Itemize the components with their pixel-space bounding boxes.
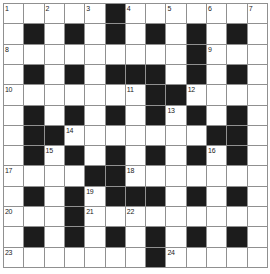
- white-cell-r11c11[interactable]: [207, 207, 226, 226]
- white-cell-r3c2[interactable]: [24, 45, 43, 64]
- clue-number-14: 14: [66, 126, 73, 135]
- black-cell-r2c6: [106, 24, 125, 43]
- white-cell-r7c5[interactable]: [85, 126, 104, 145]
- black-cell-r12c10: [187, 227, 206, 246]
- clue-number-17: 17: [5, 166, 12, 175]
- black-cell-r9c5: [85, 166, 104, 185]
- white-cell-r1c13[interactable]: 7: [248, 4, 267, 23]
- clue-number-23: 23: [5, 248, 12, 257]
- black-cell-r6c6: [106, 106, 125, 125]
- white-cell-r9c4[interactable]: [65, 166, 84, 185]
- white-cell-r4c11[interactable]: [207, 65, 226, 84]
- black-cell-r3c10: [187, 45, 206, 64]
- white-cell-r7c8[interactable]: [146, 126, 165, 145]
- clue-number-22: 22: [127, 207, 134, 216]
- black-cell-r13c8: [146, 248, 165, 267]
- white-cell-r13c11[interactable]: [207, 248, 226, 267]
- white-cell-r9c9[interactable]: [166, 166, 185, 185]
- white-cell-r1c1[interactable]: 1: [4, 4, 23, 23]
- black-cell-r6c8: [146, 106, 165, 125]
- white-cell-r8c5[interactable]: [85, 146, 104, 165]
- white-cell-r9c3[interactable]: [45, 166, 64, 185]
- white-cell-r1c3[interactable]: 2: [45, 4, 64, 23]
- black-cell-r7c11: [207, 126, 226, 145]
- white-cell-r1c4[interactable]: [65, 4, 84, 23]
- clue-number-11: 11: [127, 85, 134, 94]
- white-cell-r6c5[interactable]: [85, 106, 104, 125]
- white-cell-r3c4[interactable]: [65, 45, 84, 64]
- white-cell-r3c7[interactable]: [126, 45, 145, 64]
- white-cell-r9c1[interactable]: 17: [4, 166, 23, 185]
- black-cell-r10c12: [227, 187, 246, 206]
- black-cell-r4c12: [227, 65, 246, 84]
- black-cell-r10c8: [146, 187, 165, 206]
- clue-number-24: 24: [167, 248, 174, 257]
- white-cell-r11c10[interactable]: [187, 207, 206, 226]
- white-cell-r12c3[interactable]: [45, 227, 64, 246]
- clue-number-6: 6: [208, 4, 212, 13]
- black-cell-r6c4: [65, 106, 84, 125]
- white-cell-r13c6[interactable]: [106, 248, 125, 267]
- white-cell-r11c7[interactable]: 22: [126, 207, 145, 226]
- clue-number-16: 16: [208, 146, 215, 155]
- white-cell-r3c13[interactable]: [248, 45, 267, 64]
- white-cell-r3c12[interactable]: [227, 45, 246, 64]
- white-cell-r5c10[interactable]: 12: [187, 85, 206, 104]
- white-cell-r10c5[interactable]: 19: [85, 187, 104, 206]
- black-cell-r8c10: [187, 146, 206, 165]
- white-cell-r11c9[interactable]: [166, 207, 185, 226]
- black-cell-r8c12: [227, 146, 246, 165]
- white-cell-r8c1[interactable]: [4, 146, 23, 165]
- white-cell-r7c7[interactable]: [126, 126, 145, 145]
- clue-number-12: 12: [188, 85, 195, 94]
- white-cell-r9c7[interactable]: 18: [126, 166, 145, 185]
- white-cell-r11c13[interactable]: [248, 207, 267, 226]
- white-cell-r10c9[interactable]: [166, 187, 185, 206]
- white-cell-r12c7[interactable]: [126, 227, 145, 246]
- white-cell-r1c2[interactable]: [24, 4, 43, 23]
- white-cell-r11c1[interactable]: 20: [4, 207, 23, 226]
- black-cell-r4c7: [126, 65, 145, 84]
- clue-number-5: 5: [167, 4, 171, 13]
- clue-number-21: 21: [86, 207, 93, 216]
- white-cell-r8c11[interactable]: 16: [207, 146, 226, 165]
- white-cell-r5c1[interactable]: 10: [4, 85, 23, 104]
- white-cell-r2c5[interactable]: [85, 24, 104, 43]
- white-cell-r3c1[interactable]: 8: [4, 45, 23, 64]
- clue-number-8: 8: [5, 45, 9, 54]
- white-cell-r1c7[interactable]: 4: [126, 4, 145, 23]
- white-cell-r2c9[interactable]: [166, 24, 185, 43]
- white-cell-r11c3[interactable]: [45, 207, 64, 226]
- white-cell-r10c3[interactable]: [45, 187, 64, 206]
- black-cell-r2c4: [65, 24, 84, 43]
- black-cell-r2c12: [227, 24, 246, 43]
- black-cell-r2c8: [146, 24, 165, 43]
- clue-number-4: 4: [127, 4, 131, 13]
- crossword-page: 123456789101112131415161718192021222324: [0, 0, 270, 274]
- white-cell-r7c4[interactable]: 14: [65, 126, 84, 145]
- clue-number-9: 9: [208, 45, 212, 54]
- white-cell-r11c12[interactable]: [227, 207, 246, 226]
- black-cell-r8c6: [106, 146, 125, 165]
- white-cell-r7c6[interactable]: [106, 126, 125, 145]
- white-cell-r5c5[interactable]: [85, 85, 104, 104]
- black-cell-r12c8: [146, 227, 165, 246]
- black-cell-r6c2: [24, 106, 43, 125]
- clue-number-7: 7: [249, 4, 253, 13]
- black-cell-r4c10: [187, 65, 206, 84]
- white-cell-r13c10[interactable]: [187, 248, 206, 267]
- white-cell-r8c7[interactable]: [126, 146, 145, 165]
- black-cell-r5c8: [146, 85, 165, 104]
- black-cell-r6c10: [187, 106, 206, 125]
- black-cell-r12c6: [106, 227, 125, 246]
- black-cell-r8c2: [24, 146, 43, 165]
- white-cell-r6c11[interactable]: [207, 106, 226, 125]
- white-cell-r11c5[interactable]: 21: [85, 207, 104, 226]
- white-cell-r7c10[interactable]: [187, 126, 206, 145]
- crossword-board: 123456789101112131415161718192021222324: [3, 3, 268, 268]
- white-cell-r1c11[interactable]: 6: [207, 4, 226, 23]
- white-cell-r6c1[interactable]: [4, 106, 23, 125]
- white-cell-r9c12[interactable]: [227, 166, 246, 185]
- black-cell-r4c8: [146, 65, 165, 84]
- white-cell-r10c13[interactable]: [248, 187, 267, 206]
- white-cell-r11c8[interactable]: [146, 207, 165, 226]
- white-cell-r13c7[interactable]: [126, 248, 145, 267]
- black-cell-r2c2: [24, 24, 43, 43]
- white-cell-r8c3[interactable]: 15: [45, 146, 64, 165]
- white-cell-r13c2[interactable]: [24, 248, 43, 267]
- white-cell-r4c13[interactable]: [248, 65, 267, 84]
- white-cell-r1c5[interactable]: 3: [85, 4, 104, 23]
- black-cell-r7c2: [24, 126, 43, 145]
- clue-number-3: 3: [86, 4, 90, 13]
- clue-number-13: 13: [167, 106, 174, 115]
- white-cell-r3c8[interactable]: [146, 45, 165, 64]
- black-cell-r12c2: [24, 227, 43, 246]
- black-cell-r12c4: [65, 227, 84, 246]
- white-cell-r1c8[interactable]: [146, 4, 165, 23]
- black-cell-r6c12: [227, 106, 246, 125]
- white-cell-r13c13[interactable]: [248, 248, 267, 267]
- white-cell-r4c3[interactable]: [45, 65, 64, 84]
- white-cell-r12c13[interactable]: [248, 227, 267, 246]
- white-cell-r5c4[interactable]: [65, 85, 84, 104]
- white-cell-r10c11[interactable]: [207, 187, 226, 206]
- clue-number-18: 18: [127, 166, 134, 175]
- white-cell-r2c11[interactable]: [207, 24, 226, 43]
- black-cell-r4c4: [65, 65, 84, 84]
- white-cell-r6c7[interactable]: [126, 106, 145, 125]
- white-cell-r3c6[interactable]: [106, 45, 125, 64]
- black-cell-r1c6: [106, 4, 125, 23]
- white-cell-r2c1[interactable]: [4, 24, 23, 43]
- white-cell-r5c6[interactable]: [106, 85, 125, 104]
- white-cell-r4c1[interactable]: [4, 65, 23, 84]
- white-cell-r2c3[interactable]: [45, 24, 64, 43]
- white-cell-r9c8[interactable]: [146, 166, 165, 185]
- clue-number-15: 15: [46, 146, 53, 155]
- white-cell-r13c5[interactable]: [85, 248, 104, 267]
- black-cell-r4c2: [24, 65, 43, 84]
- white-cell-r13c9[interactable]: 24: [166, 248, 185, 267]
- white-cell-r5c13[interactable]: [248, 85, 267, 104]
- white-cell-r9c13[interactable]: [248, 166, 267, 185]
- white-cell-r4c5[interactable]: [85, 65, 104, 84]
- white-cell-r13c12[interactable]: [227, 248, 246, 267]
- black-cell-r9c6: [106, 166, 125, 185]
- white-cell-r3c9[interactable]: [166, 45, 185, 64]
- white-cell-r1c9[interactable]: 5: [166, 4, 185, 23]
- clue-number-1: 1: [5, 4, 9, 13]
- white-cell-r3c3[interactable]: [45, 45, 64, 64]
- clue-number-19: 19: [86, 187, 93, 196]
- white-cell-r9c10[interactable]: [187, 166, 206, 185]
- white-cell-r3c5[interactable]: [85, 45, 104, 64]
- white-cell-r5c12[interactable]: [227, 85, 246, 104]
- black-cell-r10c6: [106, 187, 125, 206]
- white-cell-r6c13[interactable]: [248, 106, 267, 125]
- black-cell-r5c9: [166, 85, 185, 104]
- white-cell-r5c11[interactable]: [207, 85, 226, 104]
- white-cell-r3c11[interactable]: 9: [207, 45, 226, 64]
- clue-number-20: 20: [5, 207, 12, 216]
- white-cell-r12c9[interactable]: [166, 227, 185, 246]
- white-cell-r7c1[interactable]: [4, 126, 23, 145]
- white-cell-r5c7[interactable]: 11: [126, 85, 145, 104]
- white-cell-r13c3[interactable]: [45, 248, 64, 267]
- black-cell-r12c12: [227, 227, 246, 246]
- white-cell-r9c2[interactable]: [24, 166, 43, 185]
- white-cell-r11c2[interactable]: [24, 207, 43, 226]
- white-cell-r8c9[interactable]: [166, 146, 185, 165]
- clue-number-2: 2: [46, 4, 50, 13]
- white-cell-r4c9[interactable]: [166, 65, 185, 84]
- white-cell-r1c12[interactable]: [227, 4, 246, 23]
- black-cell-r10c7: [126, 187, 145, 206]
- white-cell-r5c2[interactable]: [24, 85, 43, 104]
- black-cell-r8c8: [146, 146, 165, 165]
- white-cell-r11c6[interactable]: [106, 207, 125, 226]
- white-cell-r5c3[interactable]: [45, 85, 64, 104]
- white-cell-r2c7[interactable]: [126, 24, 145, 43]
- white-cell-r7c13[interactable]: [248, 126, 267, 145]
- black-cell-r7c3: [45, 126, 64, 145]
- black-cell-r2c10: [187, 24, 206, 43]
- white-cell-r8c13[interactable]: [248, 146, 267, 165]
- white-cell-r13c1[interactable]: 23: [4, 248, 23, 267]
- white-cell-r12c1[interactable]: [4, 227, 23, 246]
- clue-number-10: 10: [5, 85, 12, 94]
- white-cell-r7c9[interactable]: [166, 126, 185, 145]
- white-cell-r1c10[interactable]: [187, 4, 206, 23]
- white-cell-r9c11[interactable]: [207, 166, 226, 185]
- white-cell-r6c3[interactable]: [45, 106, 64, 125]
- black-cell-r10c10: [187, 187, 206, 206]
- white-cell-r6c9[interactable]: 13: [166, 106, 185, 125]
- white-cell-r12c11[interactable]: [207, 227, 226, 246]
- black-cell-r8c4: [65, 146, 84, 165]
- white-cell-r2c13[interactable]: [248, 24, 267, 43]
- black-cell-r11c4: [65, 207, 84, 226]
- white-cell-r13c4[interactable]: [65, 248, 84, 267]
- black-cell-r10c4: [65, 187, 84, 206]
- black-cell-r4c6: [106, 65, 125, 84]
- black-cell-r7c12: [227, 126, 246, 145]
- white-cell-r10c1[interactable]: [4, 187, 23, 206]
- white-cell-r12c5[interactable]: [85, 227, 104, 246]
- black-cell-r10c2: [24, 187, 43, 206]
